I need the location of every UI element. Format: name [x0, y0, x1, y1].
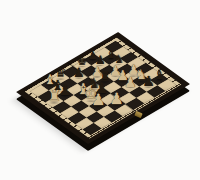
chess-board [16, 32, 190, 144]
product-photo: ♝♝♞♟♞♟♟♟♟♟♟♚♟♜♟♞♟♟♛♝♚♟♝♝♟♜ [0, 0, 200, 180]
